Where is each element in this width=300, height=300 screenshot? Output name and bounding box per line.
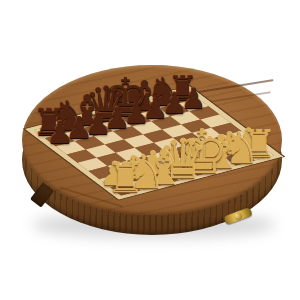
piece-black-pawn-a7[interactable]: ♟ [46, 118, 73, 149]
game-caption: chess [0, 0, 1, 1]
piece-white-rook-a1[interactable]: ♜ [107, 158, 144, 199]
chess-set-photo: chess ♜♞♝♛♚♝♞♜♟♟♟♟♟♟♟♟♟♟♟♟♟♟♟♟♜♞♝♛♚♝♞♜ [0, 0, 300, 300]
